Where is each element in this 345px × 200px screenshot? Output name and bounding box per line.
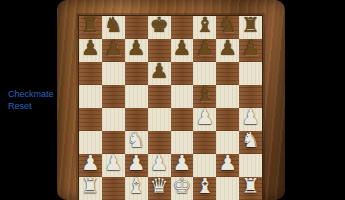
piece-white-bishop[interactable]: ♝ (195, 175, 214, 198)
piece-white-pawn[interactable]: ♟ (81, 152, 100, 175)
piece-white-pawn[interactable]: ♟ (218, 152, 237, 175)
piece-white-pawn[interactable]: ♟ (241, 106, 260, 129)
piece-black-pawn[interactable]: ♟ (218, 37, 237, 60)
square-b6[interactable] (102, 62, 125, 85)
square-g5[interactable] (216, 85, 239, 108)
square-c1[interactable]: ♝ (125, 177, 148, 200)
piece-white-pawn[interactable]: ♟ (195, 106, 214, 129)
square-c5[interactable] (125, 85, 148, 108)
piece-black-pawn[interactable]: ♟ (150, 60, 169, 83)
square-b4[interactable] (102, 108, 125, 131)
piece-black-rook[interactable]: ♜ (241, 14, 260, 37)
square-e1[interactable]: ♚ (171, 177, 194, 200)
piece-white-pawn[interactable]: ♟ (150, 152, 169, 175)
piece-black-pawn[interactable]: ♟ (127, 37, 146, 60)
reset-button[interactable]: Reset (8, 101, 54, 111)
square-g6[interactable] (216, 62, 239, 85)
square-e4[interactable] (171, 108, 194, 131)
square-d5[interactable] (148, 85, 171, 108)
piece-white-knight[interactable]: ♞ (127, 129, 146, 152)
piece-white-pawn[interactable]: ♟ (173, 152, 192, 175)
piece-white-bishop[interactable]: ♝ (127, 175, 146, 198)
piece-black-bishop[interactable]: ♝ (195, 14, 214, 37)
app-canvas: { "app": { "background_color": "#000000"… (0, 0, 345, 200)
piece-black-pawn[interactable]: ♟ (241, 37, 260, 60)
square-a4[interactable] (79, 108, 102, 131)
square-f4[interactable]: ♟ (193, 108, 216, 131)
square-d8[interactable]: ♚ (148, 16, 171, 39)
square-f3[interactable] (193, 131, 216, 154)
square-b1[interactable] (102, 177, 125, 200)
piece-black-knight[interactable]: ♞ (104, 14, 123, 37)
square-b5[interactable] (102, 85, 125, 108)
square-b7[interactable]: ♟ (102, 39, 125, 62)
checkmate-button[interactable]: Checkmate (8, 89, 54, 99)
square-d4[interactable] (148, 108, 171, 131)
side-panel: Checkmate Reset (8, 89, 54, 111)
square-c7[interactable]: ♟ (125, 39, 148, 62)
chess-board: ♜♞♚♝♞♜♟♟♟♟♟♟♟♟♝♟♟♞♞♟♟♟♟♟♟♜♝♛♚♝♜ (79, 16, 262, 200)
square-e5[interactable] (171, 85, 194, 108)
piece-black-pawn[interactable]: ♟ (173, 37, 192, 60)
square-h1[interactable]: ♜ (239, 177, 262, 200)
piece-white-pawn[interactable]: ♟ (104, 152, 123, 175)
piece-black-king[interactable]: ♚ (150, 14, 169, 37)
square-e7[interactable]: ♟ (171, 39, 194, 62)
square-f7[interactable]: ♟ (193, 39, 216, 62)
square-h6[interactable] (239, 62, 262, 85)
piece-black-pawn[interactable]: ♟ (81, 37, 100, 60)
square-g2[interactable]: ♟ (216, 154, 239, 177)
square-d1[interactable]: ♛ (148, 177, 171, 200)
square-a1[interactable]: ♜ (79, 177, 102, 200)
piece-white-rook[interactable]: ♜ (81, 175, 100, 198)
square-g1[interactable] (216, 177, 239, 200)
piece-black-rook[interactable]: ♜ (81, 14, 100, 37)
square-f1[interactable]: ♝ (193, 177, 216, 200)
piece-black-bishop[interactable]: ♝ (195, 83, 214, 106)
square-d6[interactable]: ♟ (148, 62, 171, 85)
square-c6[interactable] (125, 62, 148, 85)
square-a6[interactable] (79, 62, 102, 85)
piece-black-knight[interactable]: ♞ (218, 14, 237, 37)
square-h7[interactable]: ♟ (239, 39, 262, 62)
square-a7[interactable]: ♟ (79, 39, 102, 62)
piece-black-pawn[interactable]: ♟ (195, 37, 214, 60)
square-h3[interactable]: ♞ (239, 131, 262, 154)
piece-white-rook[interactable]: ♜ (241, 175, 260, 198)
piece-white-pawn[interactable]: ♟ (127, 152, 146, 175)
board-frame: ♜♞♚♝♞♜♟♟♟♟♟♟♟♟♝♟♟♞♞♟♟♟♟♟♟♜♝♛♚♝♜ (57, 0, 285, 200)
square-g7[interactable]: ♟ (216, 39, 239, 62)
piece-white-queen[interactable]: ♛ (150, 175, 169, 198)
square-g4[interactable] (216, 108, 239, 131)
square-a5[interactable] (79, 85, 102, 108)
square-b2[interactable]: ♟ (102, 154, 125, 177)
piece-white-knight[interactable]: ♞ (241, 129, 260, 152)
piece-white-king[interactable]: ♚ (173, 175, 192, 198)
square-e6[interactable] (171, 62, 194, 85)
piece-black-pawn[interactable]: ♟ (104, 37, 123, 60)
